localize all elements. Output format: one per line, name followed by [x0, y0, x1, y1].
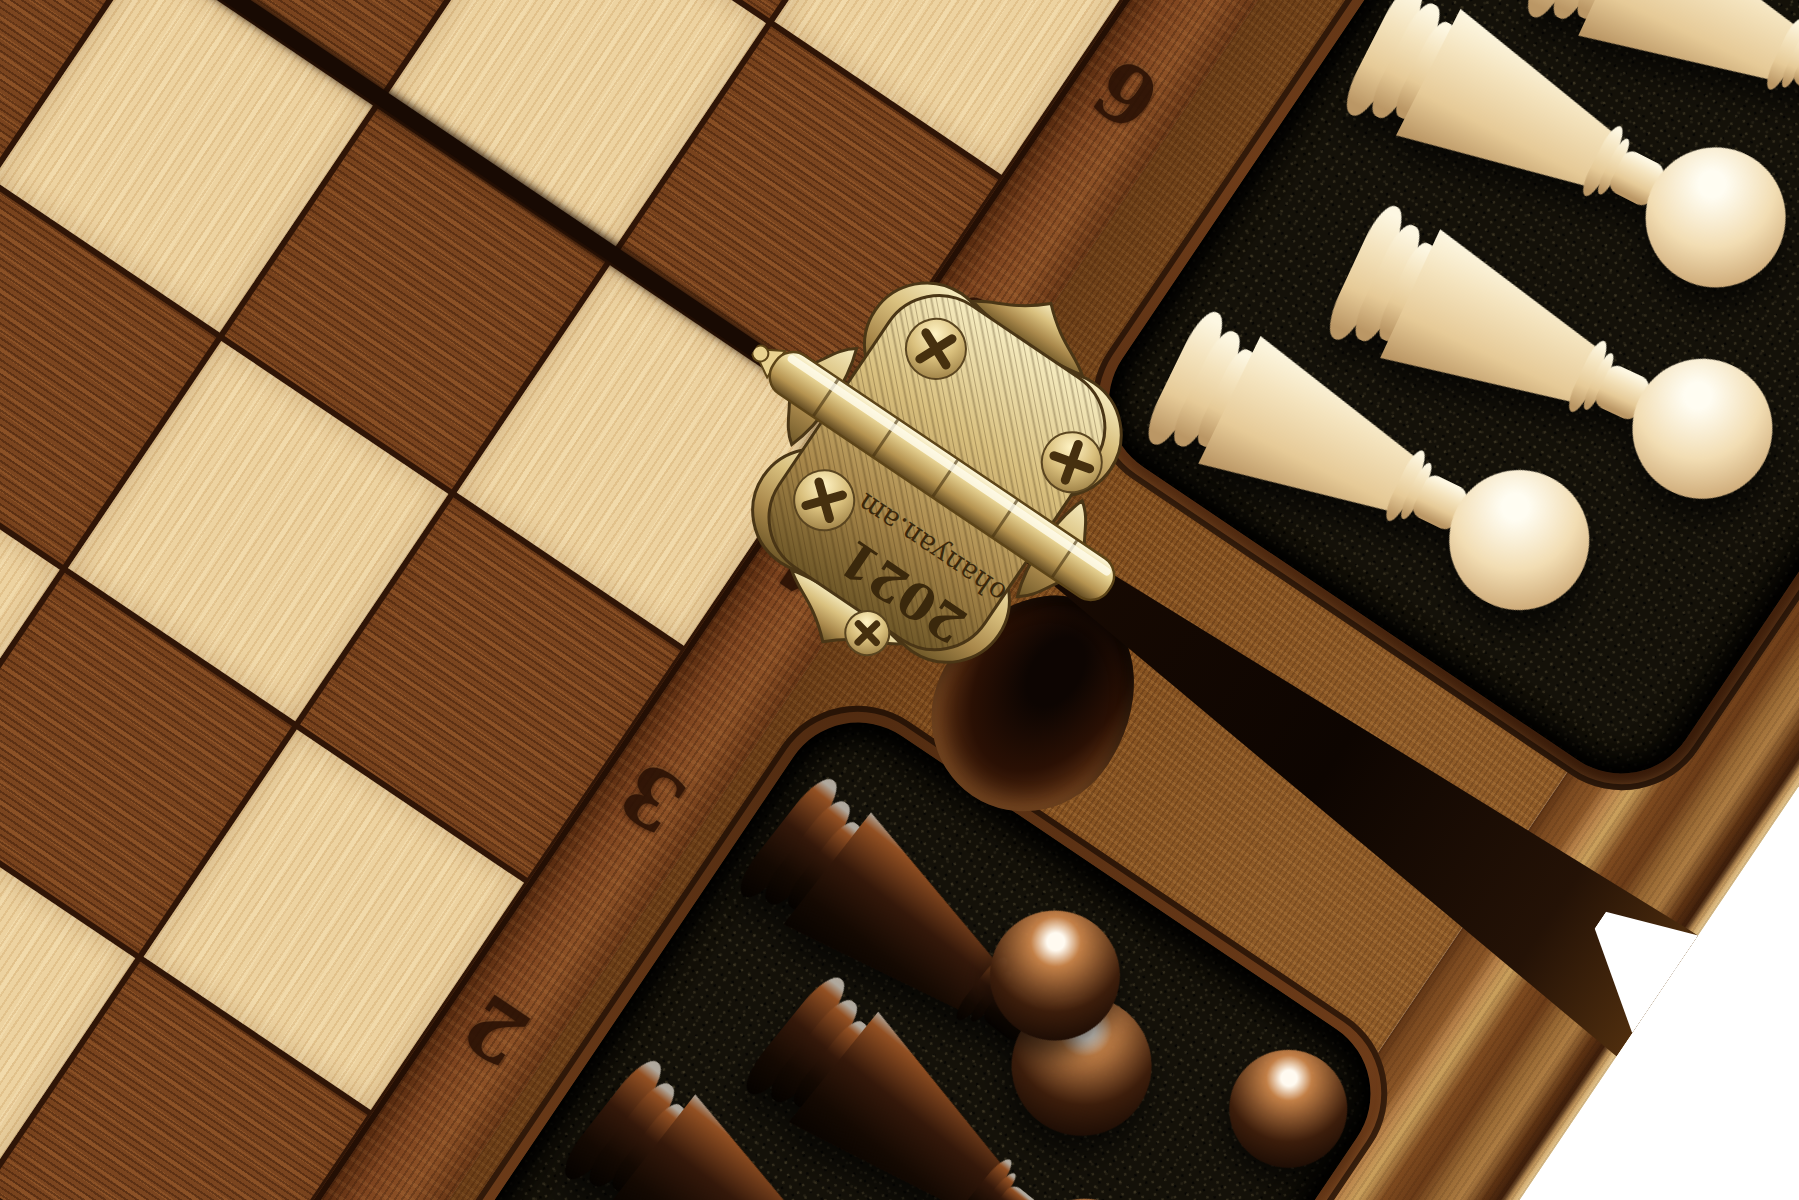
rank-label-glyph: 2: [447, 975, 546, 1084]
rank-label-glyph: 3: [603, 743, 702, 852]
photo-folding-chess-box: 12345678 12345678: [0, 0, 1799, 1200]
rank-label-glyph: 6: [1078, 40, 1177, 149]
rotated-scene: 12345678 12345678: [0, 0, 1799, 1200]
